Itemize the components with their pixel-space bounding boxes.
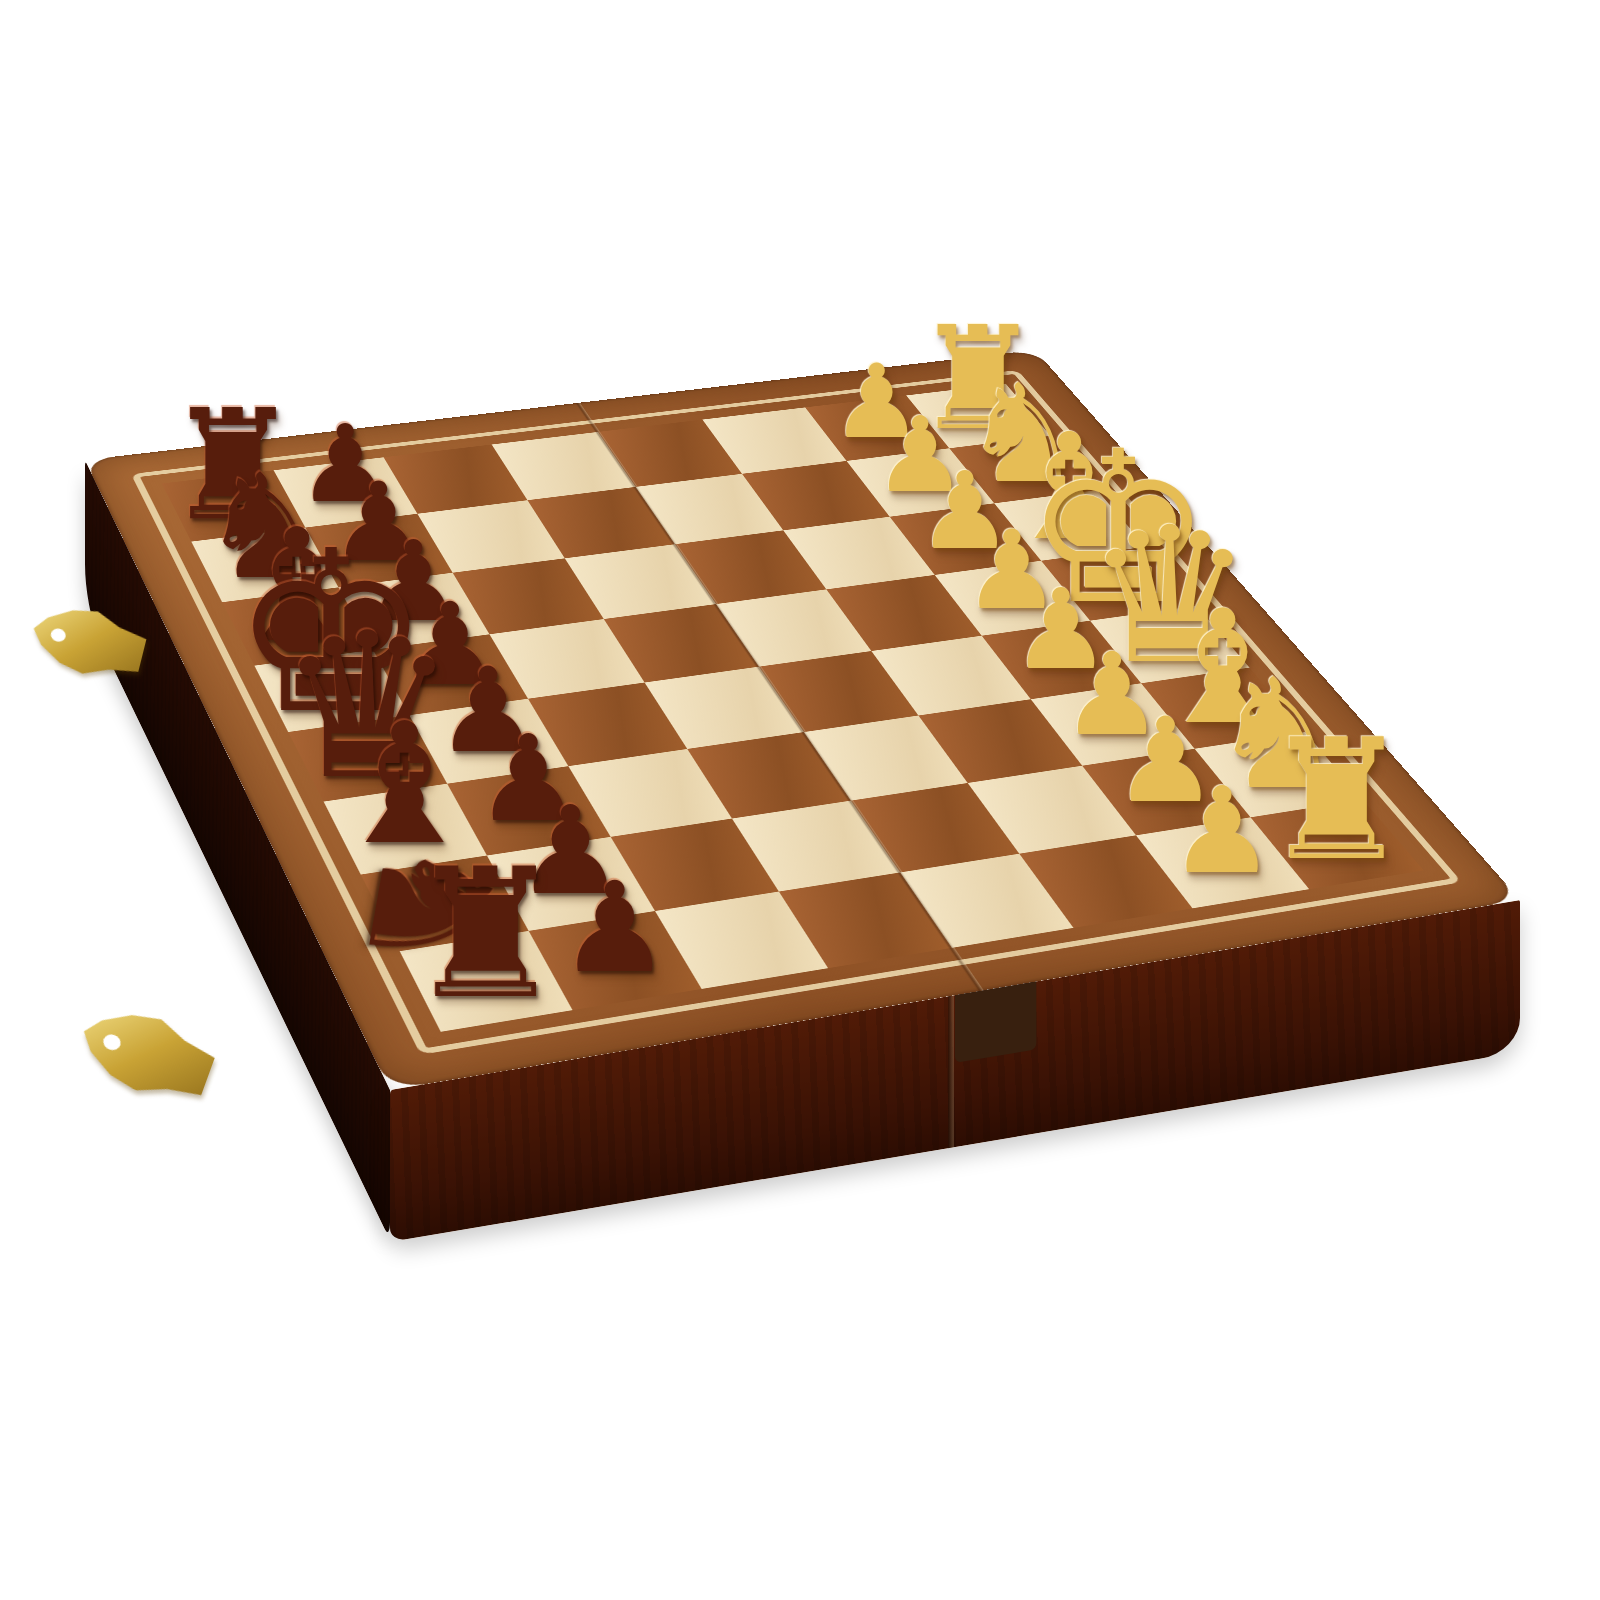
pieces-layer: ♜♞♝♛♚♝♞♜♟♟♟♟♟♟♟♟♜♞♝♛♚♝♞♜♟♟♟♟♟♟♟♟ [0, 0, 1600, 1600]
piece-black-rook-a8[interactable]: ♜ [405, 863, 565, 1006]
chess-set-scene: ♜♞♝♛♚♝♞♜♟♟♟♟♟♟♟♟♜♞♝♛♚♝♞♜♟♟♟♟♟♟♟♟ [0, 0, 1600, 1600]
piece-white-rook-a1[interactable]: ♜ [1262, 734, 1412, 868]
piece-black-pawn-a7[interactable]: ♟ [558, 878, 670, 978]
piece-white-pawn-a2[interactable]: ♟ [1169, 784, 1276, 879]
